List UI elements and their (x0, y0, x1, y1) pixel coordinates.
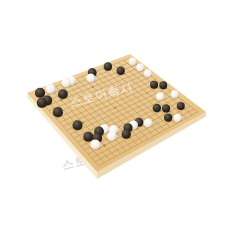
stone-white (171, 90, 179, 98)
stone-white (61, 78, 71, 88)
star-point (60, 99, 62, 101)
stone-black (104, 62, 112, 70)
stone-black (117, 67, 125, 75)
stone-black (153, 104, 161, 112)
stone-black (83, 132, 93, 142)
stone-white (173, 114, 181, 122)
stone-black (177, 102, 185, 110)
stone-black (72, 120, 82, 130)
stone-black (150, 81, 158, 89)
stone-white (144, 118, 153, 127)
stone-white (136, 63, 144, 71)
star-point (146, 92, 148, 94)
stone-black (164, 113, 172, 121)
go-board (0, 0, 230, 230)
stone-black (122, 130, 131, 139)
board-root (27, 54, 206, 179)
stone-black (35, 88, 45, 98)
product-photo: 스토어확시 스토어확시 (0, 0, 230, 230)
stone-white (107, 131, 117, 141)
stone-black (159, 81, 167, 89)
stone-black (162, 104, 170, 112)
stone-white (129, 57, 137, 65)
stone-black (37, 98, 47, 108)
star-point (92, 86, 94, 88)
stone-white (90, 139, 100, 149)
stone-white (156, 92, 164, 100)
star-point (114, 107, 116, 109)
stone-white (144, 69, 152, 77)
stone-white (46, 84, 56, 94)
star-point (103, 144, 105, 146)
stone-black (58, 89, 68, 99)
stone-white (86, 73, 95, 82)
stone-black (53, 107, 63, 117)
